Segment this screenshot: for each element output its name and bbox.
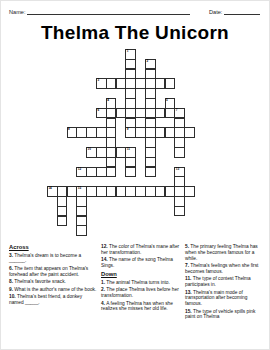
crossword-cell[interactable] [184,127,195,138]
clue-number: 11 [127,148,130,151]
crossword-cell[interactable] [57,216,68,227]
page-title: Thelma The Unicorn [1,22,269,44]
clue-number: 13 [176,168,179,171]
name-label: Name: [9,9,25,15]
header-row: Name: Date: [9,9,261,15]
clue-item: 10. Thelma's best friend, a donkey named… [9,294,97,306]
clue-item: 4. A feeling Thelma has when she realize… [101,301,181,313]
crossword-cell[interactable] [145,167,156,178]
down-list-2: 5. The primary feeling Thelma has when s… [185,244,265,320]
clue-number: 7 [176,109,178,112]
clue-item: 12. The color of Thelma's mane after her… [101,244,181,256]
date-label: Date: [209,9,222,15]
clue-item: 5. The primary feeling Thelma has when s… [185,244,265,261]
crossword-cell[interactable] [106,167,117,178]
clue-item: 1. The animal Thelma turns into. [101,280,181,286]
clue-number: 9 [127,128,129,131]
crossword-grid: 123456789101112131415 [47,49,195,237]
crossword-cell[interactable] [125,167,136,178]
across-list-1: 3. Thelma's dream is to become a ______.… [9,253,97,306]
clue-item: 3. Thelma's dream is to become a ______. [9,253,97,265]
clue-number: 1 [127,50,129,53]
date-blank-line [224,10,260,15]
clues-column-3: 5. The primary feeling Thelma has when s… [185,244,265,322]
clue-number: 2 [146,60,148,63]
clue-item: 15. The type of vehicle spills pink pain… [185,309,265,321]
clue-item: 9. What is the author's name of the book… [9,287,97,293]
crossword-cell[interactable] [76,225,87,236]
clue-item: 13. Thelma's main mode of transportation… [185,290,265,307]
clue-number: 8 [68,128,70,131]
across-list-2: 12. The color of Thelma's mane after her… [101,244,181,269]
crossword-cell[interactable] [165,78,176,89]
clue-number: 3 [97,79,99,82]
clues-column-1: Across 3. Thelma's dream is to become a … [9,244,97,308]
clue-item: 2. The place Thelma lives before her tra… [101,287,181,299]
crossword-cell[interactable] [184,186,195,197]
clue-number: 6 [97,109,99,112]
clue-number: 5 [166,99,168,102]
crossword-cell[interactable] [174,147,185,158]
clue-item: 8. Thelma's favorite snack. [9,279,97,285]
clue-number: 14 [48,187,51,190]
clue-item: 14. The name of the song Thelma Sings. [101,257,181,269]
crossword-cell[interactable] [174,206,185,217]
clue-number: 15 [78,187,81,190]
clues-column-2: 12. The color of Thelma's mane after her… [101,244,181,314]
across-header: Across [9,244,97,251]
down-list-1: 1. The animal Thelma turns into.2. The p… [101,280,181,312]
clue-item: 7. Thelma's feelings when she first beco… [185,263,265,275]
clue-item: 6. The item that appears on Thelma's for… [9,266,97,278]
clue-number: 12 [78,168,81,171]
clue-item: 11. The type of contest Thelma participa… [185,276,265,288]
clue-number: 4 [107,99,109,102]
down-header: Down [101,271,181,278]
name-blank-line [27,10,190,15]
clue-number: 10 [88,148,91,151]
